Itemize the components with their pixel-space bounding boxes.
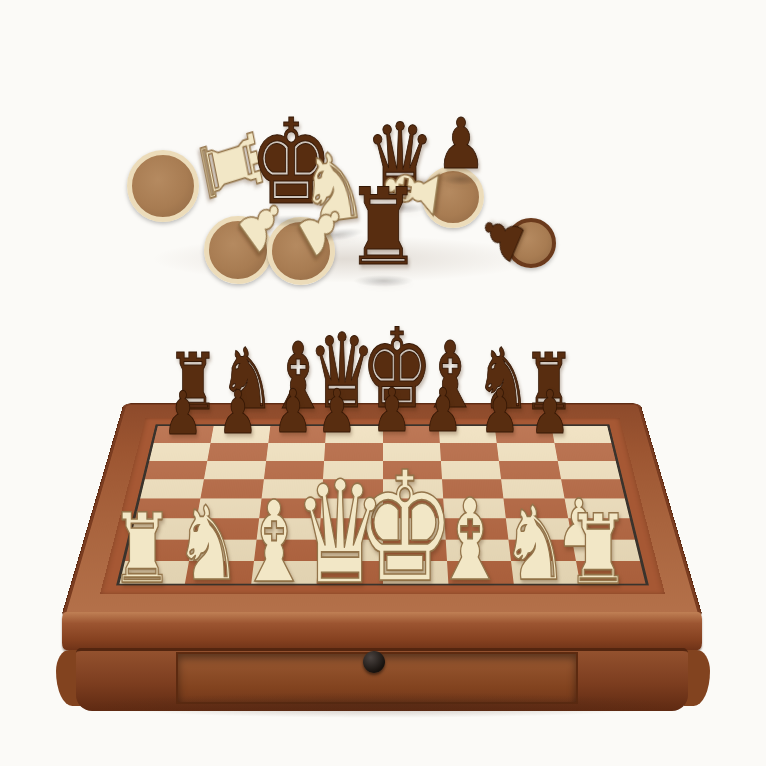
loose-piece-dark-rook[interactable]: ♜ [345, 175, 421, 281]
piece-light-rook-a1[interactable]: ♜ [110, 501, 174, 597]
piece-dark-pawn-e7[interactable]: ♟ [372, 380, 412, 440]
board-frame-front [62, 612, 702, 650]
piece-dark-pawn-b7[interactable]: ♟ [218, 382, 258, 442]
piece-dark-pawn-g7[interactable]: ♟ [480, 381, 520, 441]
piece-dark-pawn-c7[interactable]: ♟ [273, 381, 313, 441]
ground-shadow [80, 692, 684, 718]
piece-light-rook-h1[interactable]: ♜ [566, 502, 630, 598]
piece-light-queen-d1[interactable]: ♛ [293, 462, 387, 604]
piece-light-knight-b1[interactable]: ♞ [174, 493, 242, 595]
square-h6[interactable] [557, 461, 620, 480]
product-photo-stage: ♚♛♜♟♞♜♝♟♟♟ ♜♞♝♛♚♝♞♜♟♟♟♟♟♟♟♟♜♞♝♛♚♝♞♟♜ [0, 0, 766, 766]
drawer-knob[interactable] [363, 651, 385, 673]
piece-dark-pawn-h7[interactable]: ♟ [530, 382, 570, 442]
square-a6[interactable] [145, 461, 208, 480]
piece-dark-pawn-a7[interactable]: ♟ [163, 383, 203, 443]
piece-dark-pawn-d7[interactable]: ♟ [317, 381, 357, 441]
square-g6[interactable] [499, 461, 561, 480]
piece-dark-pawn-f7[interactable]: ♟ [423, 380, 463, 440]
piece-light-knight-g1[interactable]: ♞ [501, 493, 569, 595]
